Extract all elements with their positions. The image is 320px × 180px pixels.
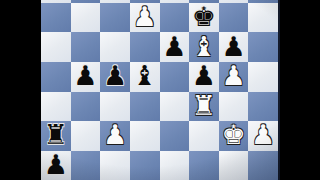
square-b6[interactable] — [71, 32, 101, 62]
square-h7[interactable] — [248, 3, 278, 33]
square-f4[interactable]: ♜ — [189, 92, 219, 122]
white-bishop-f6[interactable]: ♝ — [192, 33, 216, 60]
square-d4[interactable] — [130, 92, 160, 122]
square-b5[interactable]: ♟ — [71, 62, 101, 92]
square-e7[interactable] — [160, 3, 190, 33]
square-f7[interactable]: ♚ — [189, 3, 219, 33]
square-a2[interactable]: ♟ — [41, 151, 71, 180]
square-f2[interactable] — [189, 151, 219, 180]
white-king-g3[interactable]: ♚ — [221, 121, 245, 148]
square-c5[interactable]: ♟ — [100, 62, 130, 92]
square-a7[interactable] — [41, 3, 71, 33]
square-d3[interactable] — [130, 121, 160, 151]
black-pawn-a2[interactable]: ♟ — [44, 151, 68, 178]
square-e6[interactable]: ♟ — [160, 32, 190, 62]
square-e2[interactable] — [160, 151, 190, 180]
chess-board: ♟♚♟♝♟♟♟♝♟♟♜♜♟♚♟♟ — [41, 0, 280, 180]
square-a5[interactable] — [41, 62, 71, 92]
square-e3[interactable] — [160, 121, 190, 151]
white-pawn-d7[interactable]: ♟ — [133, 3, 157, 30]
square-c2[interactable] — [100, 151, 130, 180]
black-rook-a3[interactable]: ♜ — [44, 121, 68, 148]
square-a6[interactable] — [41, 32, 71, 62]
square-h4[interactable] — [248, 92, 278, 122]
square-c7[interactable] — [100, 3, 130, 33]
square-g3[interactable]: ♚ — [219, 121, 249, 151]
square-c3[interactable]: ♟ — [100, 121, 130, 151]
square-c4[interactable] — [100, 92, 130, 122]
black-pawn-e6[interactable]: ♟ — [162, 33, 186, 60]
square-d2[interactable] — [130, 151, 160, 180]
black-bishop-d5[interactable]: ♝ — [133, 62, 157, 89]
white-pawn-c3[interactable]: ♟ — [103, 121, 127, 148]
square-h2[interactable] — [248, 151, 278, 180]
square-b7[interactable] — [71, 3, 101, 33]
square-a4[interactable] — [41, 92, 71, 122]
white-pawn-g5[interactable]: ♟ — [221, 62, 245, 89]
square-g5[interactable]: ♟ — [219, 62, 249, 92]
square-b4[interactable] — [71, 92, 101, 122]
square-g4[interactable] — [219, 92, 249, 122]
black-pawn-c5[interactable]: ♟ — [103, 62, 127, 89]
square-h6[interactable] — [248, 32, 278, 62]
square-d6[interactable] — [130, 32, 160, 62]
white-pawn-h3[interactable]: ♟ — [251, 121, 275, 148]
square-f5[interactable]: ♟ — [189, 62, 219, 92]
black-pawn-f5[interactable]: ♟ — [192, 62, 216, 89]
square-g6[interactable]: ♟ — [219, 32, 249, 62]
square-f6[interactable]: ♝ — [189, 32, 219, 62]
square-h5[interactable] — [248, 62, 278, 92]
square-f3[interactable] — [189, 121, 219, 151]
black-pawn-b5[interactable]: ♟ — [73, 62, 97, 89]
square-b3[interactable] — [71, 121, 101, 151]
square-e4[interactable] — [160, 92, 190, 122]
square-a3[interactable]: ♜ — [41, 121, 71, 151]
black-pawn-g6[interactable]: ♟ — [221, 33, 245, 60]
square-d7[interactable]: ♟ — [130, 3, 160, 33]
square-d5[interactable]: ♝ — [130, 62, 160, 92]
square-c6[interactable] — [100, 32, 130, 62]
square-b2[interactable] — [71, 151, 101, 180]
black-king-f7[interactable]: ♚ — [192, 3, 216, 30]
square-h3[interactable]: ♟ — [248, 121, 278, 151]
square-g7[interactable] — [219, 3, 249, 33]
square-e5[interactable] — [160, 62, 190, 92]
square-g2[interactable] — [219, 151, 249, 180]
white-rook-f4[interactable]: ♜ — [192, 92, 216, 119]
video-frame: ♟♚♟♝♟♟♟♝♟♟♜♜♟♚♟♟ — [0, 0, 320, 180]
